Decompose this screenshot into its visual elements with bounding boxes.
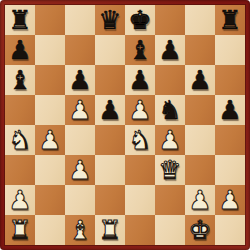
square-h7[interactable] (215, 35, 245, 65)
square-h5[interactable]: ♟ (215, 95, 245, 125)
square-g2[interactable]: ♟ (185, 185, 215, 215)
black-pawn-g6: ♟ (185, 65, 215, 95)
white-pawn-b4: ♟ (35, 125, 65, 155)
white-knight-e4: ♞ (125, 125, 155, 155)
white-king-g1: ♚ (185, 215, 215, 245)
square-b2[interactable] (35, 185, 65, 215)
square-a5[interactable] (5, 95, 35, 125)
square-g5[interactable] (185, 95, 215, 125)
square-b1[interactable] (35, 215, 65, 245)
black-pawn-f7: ♟ (155, 35, 185, 65)
white-bishop-c1: ♝ (65, 215, 95, 245)
square-e2[interactable] (125, 185, 155, 215)
square-d4[interactable] (95, 125, 125, 155)
square-e8[interactable]: ♚ (125, 5, 155, 35)
square-h8[interactable]: ♜ (215, 5, 245, 35)
square-g1[interactable]: ♚ (185, 215, 215, 245)
square-f7[interactable]: ♟ (155, 35, 185, 65)
square-f8[interactable] (155, 5, 185, 35)
square-b8[interactable] (35, 5, 65, 35)
white-pawn-h2: ♟ (215, 185, 245, 215)
square-f6[interactable] (155, 65, 185, 95)
black-king-e8: ♚ (125, 5, 155, 35)
black-pawn-c6: ♟ (65, 65, 95, 95)
square-f4[interactable]: ♟ (155, 125, 185, 155)
black-pawn-a7: ♟ (5, 35, 35, 65)
square-c5[interactable]: ♟ (65, 95, 95, 125)
black-queen-d8: ♛ (95, 5, 125, 35)
square-g8[interactable] (185, 5, 215, 35)
square-e5[interactable]: ♟ (125, 95, 155, 125)
square-f3[interactable]: ♛ (155, 155, 185, 185)
square-c4[interactable] (65, 125, 95, 155)
square-c7[interactable] (65, 35, 95, 65)
black-pawn-h5: ♟ (215, 95, 245, 125)
square-b7[interactable] (35, 35, 65, 65)
black-rook-a8: ♜ (5, 5, 35, 35)
square-h3[interactable] (215, 155, 245, 185)
white-queen-f3: ♛ (155, 155, 185, 185)
black-pawn-d5: ♟ (95, 95, 125, 125)
square-c1[interactable]: ♝ (65, 215, 95, 245)
square-d8[interactable]: ♛ (95, 5, 125, 35)
square-b4[interactable]: ♟ (35, 125, 65, 155)
square-a8[interactable]: ♜ (5, 5, 35, 35)
white-rook-d1: ♜ (95, 215, 125, 245)
black-rook-h8: ♜ (215, 5, 245, 35)
square-h6[interactable] (215, 65, 245, 95)
white-pawn-c5: ♟ (65, 95, 95, 125)
white-pawn-e5: ♟ (125, 95, 155, 125)
black-bishop-e7: ♝ (125, 35, 155, 65)
white-pawn-a2: ♟ (5, 185, 35, 215)
square-f2[interactable] (155, 185, 185, 215)
square-b5[interactable] (35, 95, 65, 125)
square-e6[interactable]: ♟ (125, 65, 155, 95)
square-d7[interactable] (95, 35, 125, 65)
square-g7[interactable] (185, 35, 215, 65)
square-f1[interactable] (155, 215, 185, 245)
square-f5[interactable]: ♞ (155, 95, 185, 125)
black-knight-f5: ♞ (155, 95, 185, 125)
square-a7[interactable]: ♟ (5, 35, 35, 65)
square-d1[interactable]: ♜ (95, 215, 125, 245)
square-b3[interactable] (35, 155, 65, 185)
square-g3[interactable] (185, 155, 215, 185)
square-d6[interactable] (95, 65, 125, 95)
white-pawn-c3: ♟ (65, 155, 95, 185)
square-h2[interactable]: ♟ (215, 185, 245, 215)
square-h1[interactable] (215, 215, 245, 245)
square-d3[interactable] (95, 155, 125, 185)
square-c2[interactable] (65, 185, 95, 215)
square-e7[interactable]: ♝ (125, 35, 155, 65)
white-rook-a1: ♜ (5, 215, 35, 245)
square-c3[interactable]: ♟ (65, 155, 95, 185)
square-e4[interactable]: ♞ (125, 125, 155, 155)
chess-board: ♜♛♚♜♟♝♟♝♟♟♟♟♟♟♞♟♞♟♞♟♟♛♟♟♟♜♝♜♚ (5, 5, 245, 245)
white-pawn-f4: ♟ (155, 125, 185, 155)
square-a4[interactable]: ♞ (5, 125, 35, 155)
square-a2[interactable]: ♟ (5, 185, 35, 215)
square-g4[interactable] (185, 125, 215, 155)
square-e1[interactable] (125, 215, 155, 245)
square-h4[interactable] (215, 125, 245, 155)
white-pawn-g2: ♟ (185, 185, 215, 215)
square-g6[interactable]: ♟ (185, 65, 215, 95)
square-c8[interactable] (65, 5, 95, 35)
board-frame: ♜♛♚♜♟♝♟♝♟♟♟♟♟♟♞♟♞♟♞♟♟♛♟♟♟♜♝♜♚ (0, 0, 250, 250)
square-d5[interactable]: ♟ (95, 95, 125, 125)
black-pawn-e6: ♟ (125, 65, 155, 95)
square-e3[interactable] (125, 155, 155, 185)
square-a3[interactable] (5, 155, 35, 185)
white-knight-a4: ♞ (5, 125, 35, 155)
square-c6[interactable]: ♟ (65, 65, 95, 95)
square-b6[interactable] (35, 65, 65, 95)
black-bishop-a6: ♝ (5, 65, 35, 95)
square-a6[interactable]: ♝ (5, 65, 35, 95)
square-d2[interactable] (95, 185, 125, 215)
square-a1[interactable]: ♜ (5, 215, 35, 245)
